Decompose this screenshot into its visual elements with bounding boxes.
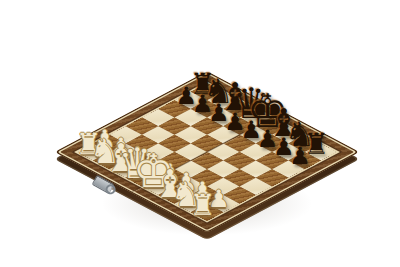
piece-white-pawn-f2: ♟: [175, 171, 198, 194]
piece-white-knight-g1: ♞: [175, 188, 198, 211]
piece-black-bishop-f8: ♝: [272, 119, 295, 142]
piece-black-knight-b8: ♞: [207, 85, 230, 108]
piece-white-bishop-f1: ♝: [158, 180, 181, 203]
piece-black-pawn-h7: ♟: [289, 145, 312, 168]
piece-black-queen-d8: ♛: [240, 102, 263, 125]
piece-white-rook-a1: ♜: [77, 136, 100, 159]
piece-white-knight-b1: ♞: [93, 145, 116, 168]
piece-black-pawn-c7: ♟: [207, 102, 230, 125]
piece-black-pawn-b7: ♟: [191, 93, 214, 116]
piece-white-bishop-c1: ♝: [110, 154, 133, 177]
piece-black-rook-a8: ♜: [191, 76, 214, 99]
piece-white-pawn-b2: ♟: [110, 136, 133, 159]
piece-white-pawn-h2: ♟: [207, 188, 230, 211]
piece-white-pawn-c2: ♟: [126, 145, 149, 168]
piece-white-queen-d1: ♛: [126, 162, 149, 185]
piece-black-pawn-a7: ♟: [175, 85, 198, 108]
piece-white-pawn-d2: ♟: [142, 154, 165, 177]
piece-black-rook-h8: ♜: [305, 136, 328, 159]
piece-black-knight-g8: ♞: [289, 128, 312, 151]
piece-black-pawn-f7: ♟: [256, 128, 279, 151]
piece-black-bishop-c8: ♝: [223, 93, 246, 116]
photo-backdrop: ♜♞♝♛♚♝♞♜♟♟♟♟♟♟♟♟♟♟♟♟♟♟♟♟♜♞♝♛♚♝♞♜: [0, 0, 400, 267]
piece-white-rook-h1: ♜: [191, 197, 214, 220]
piece-black-pawn-g7: ♟: [272, 136, 295, 159]
piece-white-pawn-a2: ♟: [93, 128, 116, 151]
piece-white-pawn-g2: ♟: [191, 180, 214, 203]
piece-black-pawn-d7: ♟: [223, 111, 246, 134]
